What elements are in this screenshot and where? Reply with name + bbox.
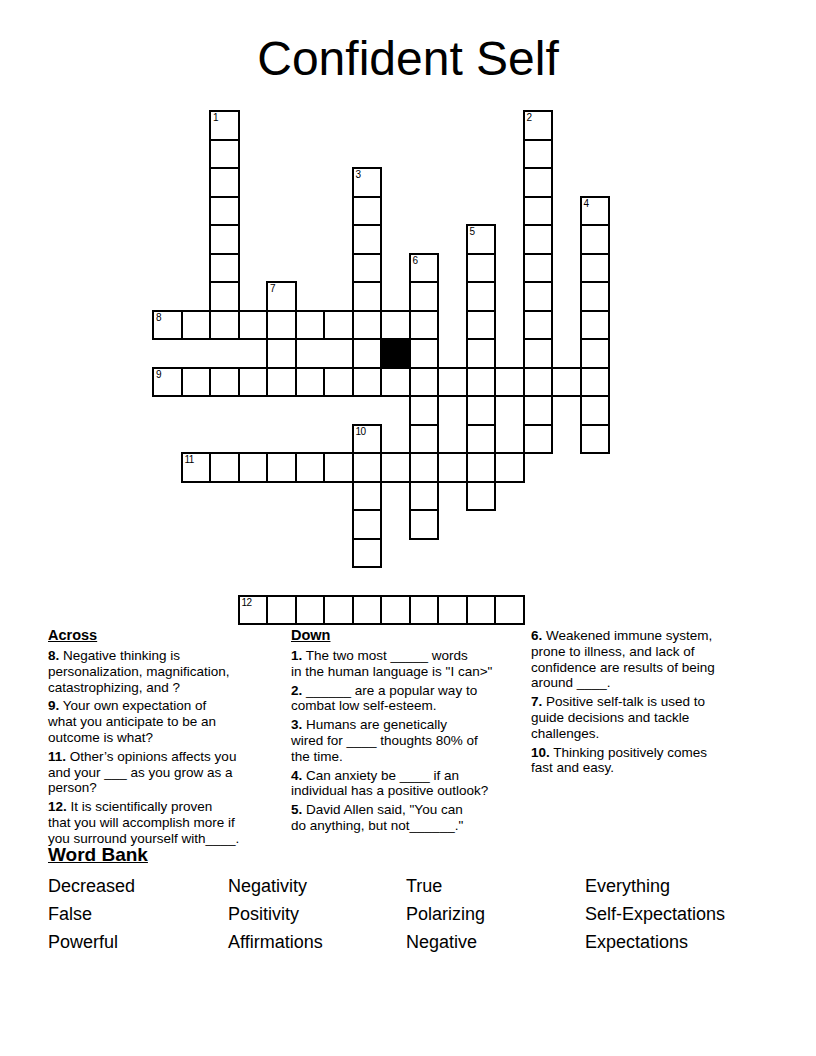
across-clues-column: Across 8. Negative thinking ispersonaliz… bbox=[48, 628, 291, 850]
grid-cell[interactable] bbox=[466, 395, 497, 426]
clue: 7. Positive self-talk is used toguide de… bbox=[531, 694, 781, 741]
clue: 8. Negative thinking ispersonalization, … bbox=[48, 648, 291, 695]
grid-cell[interactable] bbox=[523, 424, 554, 455]
grid-cell[interactable] bbox=[466, 595, 497, 626]
word-bank-word: Affirmations bbox=[228, 928, 406, 956]
grid-cell[interactable] bbox=[466, 452, 497, 483]
word-bank-word: False bbox=[48, 900, 228, 928]
grid-cell[interactable]: 8 bbox=[152, 310, 183, 341]
clue: 4. Can anxiety be ____ if anindividual h… bbox=[291, 768, 533, 800]
grid-cell[interactable] bbox=[409, 281, 440, 312]
grid-cell[interactable] bbox=[238, 452, 269, 483]
grid-cell[interactable] bbox=[437, 452, 468, 483]
grid-cell[interactable] bbox=[352, 509, 383, 540]
clue: 1. The two most _____ wordsin the human … bbox=[291, 648, 533, 680]
clue-number: 8 bbox=[156, 312, 161, 323]
grid-cell[interactable] bbox=[494, 367, 525, 398]
grid-cell[interactable] bbox=[266, 367, 297, 398]
grid-cell[interactable] bbox=[181, 367, 212, 398]
clue-number: 1 bbox=[213, 112, 218, 123]
grid-cell[interactable] bbox=[266, 452, 297, 483]
grid-cell[interactable] bbox=[523, 167, 554, 198]
clue-number: 5 bbox=[470, 226, 475, 237]
grid-cell[interactable] bbox=[523, 224, 554, 255]
grid-cell[interactable] bbox=[580, 367, 611, 398]
grid-cell[interactable] bbox=[523, 367, 554, 398]
grid-cell[interactable] bbox=[181, 310, 212, 341]
grid-cell[interactable]: 3 bbox=[352, 167, 383, 198]
grid-cell[interactable] bbox=[551, 367, 582, 398]
grid-cell[interactable] bbox=[352, 538, 383, 569]
word-bank-header: Word Bank bbox=[48, 843, 148, 867]
crossword-worksheet: Confident Self 123456789101112 Across 8.… bbox=[0, 0, 816, 1056]
grid-cell[interactable] bbox=[295, 367, 326, 398]
grid-cell[interactable] bbox=[409, 424, 440, 455]
clue-number-label: 8. bbox=[48, 648, 59, 663]
clue-number: 9 bbox=[156, 369, 161, 380]
grid-cell[interactable] bbox=[580, 310, 611, 341]
clue-number: 4 bbox=[584, 198, 589, 209]
grid-cell[interactable]: 5 bbox=[466, 224, 497, 255]
grid-cell[interactable] bbox=[352, 253, 383, 284]
grid-cell[interactable] bbox=[523, 253, 554, 284]
grid-cell[interactable] bbox=[466, 281, 497, 312]
grid-cell[interactable]: 7 bbox=[266, 281, 297, 312]
clue: 2. ______ are a popular way tocombat low… bbox=[291, 683, 533, 715]
grid-cell[interactable] bbox=[209, 224, 240, 255]
grid-cell[interactable] bbox=[409, 367, 440, 398]
grid-cell[interactable] bbox=[409, 338, 440, 369]
grid-cell[interactable] bbox=[209, 167, 240, 198]
down-clue-list: 1. The two most _____ wordsin the human … bbox=[291, 648, 533, 834]
grid-cell[interactable] bbox=[209, 310, 240, 341]
grid-cell[interactable] bbox=[266, 310, 297, 341]
clue: 11. Other’s opinions affects youand your… bbox=[48, 749, 291, 796]
across-clue-list: 8. Negative thinking ispersonalization, … bbox=[48, 648, 291, 847]
grid-cell[interactable]: 4 bbox=[580, 196, 611, 227]
grid-cell[interactable] bbox=[466, 481, 497, 512]
clue-number: 3 bbox=[356, 169, 361, 180]
clue-number-label: 9. bbox=[48, 698, 59, 713]
grid-cell[interactable] bbox=[352, 595, 383, 626]
clue-number-label: 12. bbox=[48, 799, 67, 814]
across-header: Across bbox=[48, 628, 291, 643]
clue-number-label: 7. bbox=[531, 694, 542, 709]
clue: 9. Your own expectation ofwhat you antic… bbox=[48, 698, 291, 745]
grid-cell[interactable] bbox=[580, 424, 611, 455]
grid-cell[interactable] bbox=[352, 367, 383, 398]
clue-number: 10 bbox=[356, 426, 366, 437]
down-clues-column-continued: 6. Weakened immune system,prone to illne… bbox=[531, 628, 781, 779]
grid-cell[interactable] bbox=[323, 310, 354, 341]
word-bank-word: Polarizing bbox=[406, 900, 585, 928]
grid-cell[interactable] bbox=[295, 310, 326, 341]
grid-cell[interactable] bbox=[494, 452, 525, 483]
clue-number-label: 10. bbox=[531, 745, 550, 760]
grid-cell[interactable] bbox=[409, 481, 440, 512]
grid-cell[interactable] bbox=[580, 395, 611, 426]
grid-cell[interactable] bbox=[523, 310, 554, 341]
grid-cell[interactable] bbox=[523, 395, 554, 426]
grid-cell[interactable] bbox=[580, 281, 611, 312]
grid-cell[interactable] bbox=[523, 139, 554, 170]
clue: 12. It is scientifically proventhat you … bbox=[48, 799, 291, 846]
word-bank-word: Decreased bbox=[48, 872, 228, 900]
grid-cell[interactable] bbox=[352, 196, 383, 227]
grid-cell[interactable] bbox=[409, 310, 440, 341]
word-bank-word: True bbox=[406, 872, 585, 900]
grid-cell[interactable] bbox=[466, 424, 497, 455]
clue-number-label: 5. bbox=[291, 802, 302, 817]
grid-cell[interactable] bbox=[323, 595, 354, 626]
grid-cell[interactable] bbox=[323, 452, 354, 483]
grid-cell[interactable] bbox=[352, 310, 383, 341]
grid-cell[interactable]: 11 bbox=[181, 452, 212, 483]
grid-cell[interactable]: 9 bbox=[152, 367, 183, 398]
clue: 10. Thinking positively comesfast and ea… bbox=[531, 745, 781, 777]
grid-cell[interactable]: 12 bbox=[238, 595, 269, 626]
grid-cell[interactable] bbox=[352, 481, 383, 512]
grid-cell[interactable] bbox=[409, 395, 440, 426]
clue-number: 7 bbox=[270, 283, 275, 294]
grid-cell[interactable] bbox=[209, 253, 240, 284]
grid-cell[interactable] bbox=[523, 196, 554, 227]
word-bank-word: Expectations bbox=[585, 928, 785, 956]
clue-number-label: 11. bbox=[48, 749, 66, 764]
clue: 3. Humans are geneticallywired for ____ … bbox=[291, 717, 533, 764]
grid-cell[interactable] bbox=[466, 310, 497, 341]
down-header: Down bbox=[291, 628, 533, 643]
grid-cell[interactable] bbox=[209, 139, 240, 170]
grid-cell[interactable] bbox=[352, 338, 383, 369]
down-clues-column: Down 1. The two most _____ wordsin the h… bbox=[291, 628, 533, 837]
word-bank-word: Self-Expectations bbox=[585, 900, 785, 928]
grid-cell[interactable] bbox=[466, 253, 497, 284]
grid-cell[interactable] bbox=[380, 367, 411, 398]
grid-cell[interactable] bbox=[409, 509, 440, 540]
word-bank: DecreasedFalsePowerfulNegativityPositivi… bbox=[48, 872, 785, 956]
grid-cell[interactable] bbox=[380, 452, 411, 483]
word-bank-word: Negative bbox=[406, 928, 585, 956]
grid-cell[interactable] bbox=[238, 367, 269, 398]
clue-number: 2 bbox=[527, 112, 532, 123]
grid-cell[interactable] bbox=[523, 338, 554, 369]
grid-cell[interactable] bbox=[352, 452, 383, 483]
clue-number-label: 4. bbox=[291, 768, 302, 783]
grid-cell[interactable] bbox=[323, 367, 354, 398]
grid-cell[interactable] bbox=[295, 595, 326, 626]
clue: 6. Weakened immune system,prone to illne… bbox=[531, 628, 781, 691]
down-clue-list-continued: 6. Weakened immune system,prone to illne… bbox=[531, 628, 781, 776]
clue-number-label: 2. bbox=[291, 683, 302, 698]
grid-cell[interactable] bbox=[209, 196, 240, 227]
grid-cell[interactable] bbox=[437, 367, 468, 398]
grid-cell[interactable] bbox=[580, 253, 611, 284]
grid-cell[interactable] bbox=[380, 310, 411, 341]
grid-cell[interactable]: 2 bbox=[523, 110, 554, 141]
grid-cell[interactable] bbox=[466, 367, 497, 398]
clue-number-label: 1. bbox=[291, 648, 302, 663]
grid-cell[interactable] bbox=[266, 338, 297, 369]
grid-cell[interactable] bbox=[238, 310, 269, 341]
word-bank-word: Positivity bbox=[228, 900, 406, 928]
clue-number-label: 6. bbox=[531, 628, 542, 643]
word-bank-word: Everything bbox=[585, 872, 785, 900]
grid-cell[interactable] bbox=[580, 224, 611, 255]
grid-cell[interactable] bbox=[580, 338, 611, 369]
grid-cell[interactable] bbox=[266, 595, 297, 626]
grid-cell[interactable] bbox=[209, 367, 240, 398]
grid-cell[interactable] bbox=[352, 281, 383, 312]
clue-number: 11 bbox=[185, 454, 194, 465]
grid-cell[interactable] bbox=[494, 595, 525, 626]
word-bank-word: Negativity bbox=[228, 872, 406, 900]
grid-cell[interactable] bbox=[380, 595, 411, 626]
grid-cell[interactable] bbox=[295, 452, 326, 483]
clue-number-label: 3. bbox=[291, 717, 302, 732]
clue-number: 6 bbox=[413, 255, 418, 266]
word-bank-word: Powerful bbox=[48, 928, 228, 956]
grid-cell[interactable] bbox=[209, 281, 240, 312]
grid-cell[interactable] bbox=[409, 595, 440, 626]
grid-cell[interactable] bbox=[352, 224, 383, 255]
grid-cell[interactable] bbox=[209, 452, 240, 483]
grid-cell[interactable]: 6 bbox=[409, 253, 440, 284]
grid-cell[interactable]: 10 bbox=[352, 424, 383, 455]
grid-cell[interactable] bbox=[409, 452, 440, 483]
grid-cell[interactable] bbox=[523, 281, 554, 312]
clue-number: 12 bbox=[242, 597, 252, 608]
grid-cell[interactable]: 1 bbox=[209, 110, 240, 141]
grid-cell[interactable] bbox=[466, 338, 497, 369]
grid-cell[interactable] bbox=[437, 595, 468, 626]
black-cell bbox=[380, 338, 411, 369]
clue: 5. David Allen said, "You cando anything… bbox=[291, 802, 533, 834]
